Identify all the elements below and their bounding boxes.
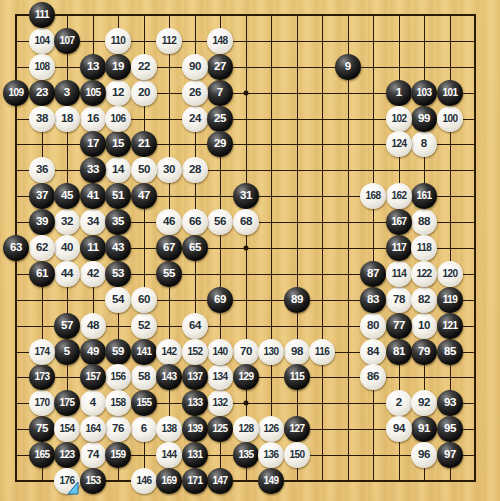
go-stone-white-86: 86 — [360, 364, 386, 390]
go-stone-white-6: 6 — [131, 416, 157, 442]
star-point — [244, 246, 249, 251]
move-number-label: 93 — [444, 397, 456, 409]
move-number-label: 75 — [36, 423, 48, 435]
move-number-label: 47 — [138, 190, 150, 202]
move-number-label: 11 — [87, 242, 99, 254]
grid-line-vertical — [348, 14, 349, 482]
go-stone-white-50: 50 — [131, 157, 157, 183]
move-number-label: 112 — [162, 36, 176, 46]
move-number-label: 42 — [87, 268, 99, 280]
go-stone-black-139: 139 — [182, 416, 208, 442]
go-stone-black-79: 79 — [411, 339, 437, 365]
move-number-label: 82 — [418, 294, 430, 306]
go-stone-white-148: 148 — [207, 28, 233, 54]
go-stone-white-20: 20 — [131, 80, 157, 106]
move-number-label: 132 — [213, 398, 228, 408]
go-stone-black-133: 133 — [182, 390, 208, 416]
go-stone-black-77: 77 — [386, 313, 412, 339]
move-number-label: 50 — [138, 164, 150, 176]
go-stone-white-82: 82 — [411, 287, 437, 313]
move-number-label: 127 — [290, 424, 305, 434]
go-stone-white-66: 66 — [182, 209, 208, 235]
move-number-label: 53 — [112, 268, 124, 280]
go-stone-black-95: 95 — [437, 416, 463, 442]
move-number-label: 12 — [112, 87, 124, 99]
move-number-label: 140 — [213, 347, 228, 357]
move-number-label: 146 — [137, 476, 152, 486]
go-stone-black-117: 117 — [386, 235, 412, 261]
move-number-label: 67 — [163, 242, 175, 254]
go-stone-black-105: 105 — [80, 80, 106, 106]
move-number-label: 74 — [87, 449, 99, 461]
go-stone-black-99: 99 — [411, 106, 437, 132]
move-number-label: 148 — [213, 36, 228, 46]
move-number-label: 49 — [87, 346, 99, 358]
move-number-label: 13 — [87, 61, 99, 73]
move-number-label: 91 — [418, 423, 430, 435]
move-number-label: 107 — [60, 36, 75, 46]
move-number-label: 173 — [35, 372, 50, 382]
go-stone-white-16: 16 — [80, 106, 106, 132]
move-number-label: 158 — [111, 398, 126, 408]
go-stone-white-90: 90 — [182, 54, 208, 80]
go-stone-black-57: 57 — [54, 313, 80, 339]
go-stone-white-164: 164 — [80, 416, 106, 442]
move-number-label: 142 — [162, 347, 177, 357]
move-number-label: 48 — [87, 320, 99, 332]
move-number-label: 14 — [112, 164, 124, 176]
move-number-label: 144 — [162, 450, 177, 460]
go-stone-black-101: 101 — [437, 80, 463, 106]
move-number-label: 114 — [392, 269, 406, 279]
move-number-label: 133 — [188, 398, 203, 408]
go-stone-white-48: 48 — [80, 313, 106, 339]
move-number-label: 156 — [111, 372, 126, 382]
go-stone-white-76: 76 — [105, 416, 131, 442]
go-stone-black-129: 129 — [233, 364, 259, 390]
move-number-label: 147 — [213, 476, 228, 486]
go-stone-black-143: 143 — [156, 364, 182, 390]
go-stone-black-131: 131 — [182, 442, 208, 468]
go-stone-black-67: 67 — [156, 235, 182, 261]
move-number-label: 22 — [138, 61, 150, 73]
move-number-label: 51 — [112, 190, 124, 202]
go-stone-white-118: 118 — [411, 235, 437, 261]
go-stone-black-173: 173 — [29, 364, 55, 390]
go-stone-black-115: 115 — [284, 364, 310, 390]
go-stone-white-62: 62 — [29, 235, 55, 261]
go-stone-white-128: 128 — [233, 416, 259, 442]
go-stone-black-141: 141 — [131, 339, 157, 365]
move-number-label: 87 — [367, 268, 379, 280]
go-stone-white-94: 94 — [386, 416, 412, 442]
go-stone-black-103: 103 — [411, 80, 437, 106]
move-number-label: 21 — [138, 138, 150, 150]
move-number-label: 118 — [417, 243, 431, 253]
move-number-label: 37 — [36, 190, 48, 202]
move-number-label: 138 — [162, 424, 177, 434]
move-number-label: 106 — [111, 114, 126, 124]
go-stone-black-93: 93 — [437, 390, 463, 416]
go-stone-white-52: 52 — [131, 313, 157, 339]
go-stone-white-30: 30 — [156, 157, 182, 183]
go-stone-black-89: 89 — [284, 287, 310, 313]
move-number-label: 89 — [291, 294, 303, 306]
grid-line-vertical — [474, 14, 476, 482]
go-stone-white-144: 144 — [156, 442, 182, 468]
move-number-label: 77 — [393, 320, 405, 332]
go-stone-black-17: 17 — [80, 131, 106, 157]
go-stone-white-36: 36 — [29, 157, 55, 183]
go-stone-white-112: 112 — [156, 28, 182, 54]
go-stone-white-14: 14 — [105, 157, 131, 183]
move-number-label: 54 — [112, 294, 124, 306]
go-stone-white-100: 100 — [437, 106, 463, 132]
go-stone-white-142: 142 — [156, 339, 182, 365]
go-stone-white-108: 108 — [29, 54, 55, 80]
go-stone-white-68: 68 — [233, 209, 259, 235]
go-stone-black-127: 127 — [284, 416, 310, 442]
go-stone-black-65: 65 — [182, 235, 208, 261]
move-number-label: 115 — [290, 372, 304, 382]
move-number-label: 96 — [418, 449, 430, 461]
move-number-label: 76 — [112, 423, 124, 435]
move-number-label: 26 — [189, 87, 201, 99]
move-number-label: 10 — [418, 320, 430, 332]
move-number-label: 141 — [137, 347, 152, 357]
go-stone-white-32: 32 — [54, 209, 80, 235]
go-stone-black-55: 55 — [156, 261, 182, 287]
move-number-label: 153 — [86, 476, 101, 486]
go-stone-black-7: 7 — [207, 80, 233, 106]
go-stone-white-84: 84 — [360, 339, 386, 365]
move-number-label: 69 — [214, 294, 226, 306]
move-number-label: 150 — [290, 450, 305, 460]
move-number-label: 58 — [138, 371, 150, 383]
move-number-label: 25 — [214, 113, 226, 125]
move-number-label: 105 — [86, 88, 101, 98]
go-stone-black-123: 123 — [54, 442, 80, 468]
move-number-label: 41 — [87, 190, 99, 202]
move-number-label: 62 — [36, 242, 48, 254]
go-stone-black-29: 29 — [207, 131, 233, 157]
move-number-label: 161 — [417, 191, 432, 201]
go-stone-white-64: 64 — [182, 313, 208, 339]
move-number-label: 164 — [86, 424, 101, 434]
move-number-label: 18 — [61, 113, 73, 125]
go-stone-white-106: 106 — [105, 106, 131, 132]
move-number-label: 85 — [444, 346, 456, 358]
move-number-label: 32 — [61, 216, 73, 228]
move-number-label: 31 — [240, 190, 252, 202]
move-number-label: 99 — [418, 113, 430, 125]
move-number-label: 170 — [35, 398, 50, 408]
move-number-label: 131 — [188, 450, 203, 460]
go-stone-black-165: 165 — [29, 442, 55, 468]
move-number-label: 9 — [345, 61, 351, 73]
move-number-label: 128 — [239, 424, 254, 434]
go-stone-black-45: 45 — [54, 183, 80, 209]
go-stone-black-3: 3 — [54, 80, 80, 106]
go-stone-black-69: 69 — [207, 287, 233, 313]
move-number-label: 56 — [214, 216, 226, 228]
move-number-label: 27 — [214, 61, 226, 73]
move-number-label: 139 — [188, 424, 203, 434]
go-stone-white-56: 56 — [207, 209, 233, 235]
go-stone-white-110: 110 — [105, 28, 131, 54]
move-number-label: 119 — [443, 295, 457, 305]
move-number-label: 116 — [315, 347, 329, 357]
move-number-label: 94 — [393, 423, 405, 435]
go-stone-black-61: 61 — [29, 261, 55, 287]
go-stone-black-25: 25 — [207, 106, 233, 132]
move-number-label: 168 — [366, 191, 381, 201]
move-number-label: 117 — [392, 243, 406, 253]
go-stone-white-8: 8 — [411, 131, 437, 157]
move-number-label: 110 — [111, 36, 125, 46]
go-stone-white-132: 132 — [207, 390, 233, 416]
move-number-label: 35 — [112, 216, 124, 228]
move-number-label: 59 — [112, 346, 124, 358]
go-stone-black-63: 63 — [3, 235, 29, 261]
move-number-label: 165 — [35, 450, 50, 460]
go-stone-black-49: 49 — [80, 339, 106, 365]
go-stone-white-58: 58 — [131, 364, 157, 390]
go-stone-black-157: 157 — [80, 364, 106, 390]
move-number-label: 124 — [392, 139, 407, 149]
go-stone-white-154: 154 — [54, 416, 80, 442]
move-number-label: 79 — [418, 346, 430, 358]
move-number-label: 92 — [418, 397, 430, 409]
go-stone-white-114: 114 — [386, 261, 412, 287]
move-number-label: 60 — [138, 294, 150, 306]
move-number-label: 171 — [188, 476, 203, 486]
go-stone-white-18: 18 — [54, 106, 80, 132]
move-number-label: 157 — [86, 372, 101, 382]
go-stone-white-146: 146 — [131, 468, 157, 494]
go-stone-white-80: 80 — [360, 313, 386, 339]
move-number-label: 104 — [35, 36, 50, 46]
move-number-label: 109 — [9, 88, 24, 98]
move-number-label: 66 — [189, 216, 201, 228]
move-number-label: 17 — [87, 138, 99, 150]
go-stone-black-171: 171 — [182, 468, 208, 494]
go-stone-black-53: 53 — [105, 261, 131, 287]
go-stone-white-12: 12 — [105, 80, 131, 106]
move-number-label: 136 — [264, 450, 279, 460]
move-number-label: 123 — [60, 450, 75, 460]
go-stone-white-70: 70 — [233, 339, 259, 365]
grid-line-vertical — [373, 14, 374, 482]
go-stone-black-119: 119 — [437, 287, 463, 313]
go-stone-black-23: 23 — [29, 80, 55, 106]
go-stone-black-161: 161 — [411, 183, 437, 209]
go-stone-white-88: 88 — [411, 209, 437, 235]
go-stone-black-91: 91 — [411, 416, 437, 442]
go-stone-white-40: 40 — [54, 235, 80, 261]
go-stone-white-22: 22 — [131, 54, 157, 80]
move-number-label: 4 — [90, 397, 96, 409]
move-number-label: 40 — [61, 242, 73, 254]
go-stone-white-4: 4 — [80, 390, 106, 416]
go-stone-black-15: 15 — [105, 131, 131, 157]
go-stone-white-104: 104 — [29, 28, 55, 54]
move-number-label: 70 — [240, 346, 252, 358]
go-stone-black-5: 5 — [54, 339, 80, 365]
move-number-label: 129 — [239, 372, 254, 382]
move-number-label: 126 — [264, 424, 279, 434]
move-number-label: 23 — [36, 87, 48, 99]
star-point — [244, 401, 249, 406]
move-number-label: 175 — [60, 398, 75, 408]
move-number-label: 5 — [64, 346, 70, 358]
go-board[interactable]: 1234567891011121314151617181920212223242… — [0, 0, 500, 501]
go-stone-white-34: 34 — [80, 209, 106, 235]
go-stone-black-59: 59 — [105, 339, 131, 365]
move-number-label: 68 — [240, 216, 252, 228]
go-stone-white-156: 156 — [105, 364, 131, 390]
go-stone-white-60: 60 — [131, 287, 157, 313]
go-stone-black-81: 81 — [386, 339, 412, 365]
go-stone-white-10: 10 — [411, 313, 437, 339]
go-stone-white-24: 24 — [182, 106, 208, 132]
move-number-label: 19 — [112, 61, 124, 73]
move-number-label: 159 — [111, 450, 126, 460]
go-stone-black-175: 175 — [54, 390, 80, 416]
go-stone-white-44: 44 — [54, 261, 80, 287]
go-stone-black-11: 11 — [80, 235, 106, 261]
move-number-label: 64 — [189, 320, 201, 332]
move-number-label: 155 — [137, 398, 152, 408]
move-number-label: 39 — [36, 216, 48, 228]
move-number-label: 61 — [36, 268, 48, 280]
move-number-label: 101 — [443, 88, 458, 98]
go-stone-white-168: 168 — [360, 183, 386, 209]
go-stone-white-28: 28 — [182, 157, 208, 183]
go-stone-white-174: 174 — [29, 339, 55, 365]
move-number-label: 33 — [87, 164, 99, 176]
move-number-label: 135 — [239, 450, 254, 460]
move-number-label: 2 — [396, 397, 402, 409]
move-number-label: 98 — [291, 346, 303, 358]
go-stone-black-125: 125 — [207, 416, 233, 442]
go-stone-white-170: 170 — [29, 390, 55, 416]
move-number-label: 134 — [213, 372, 228, 382]
move-number-label: 81 — [393, 346, 405, 358]
go-stone-black-39: 39 — [29, 209, 55, 235]
move-number-label: 57 — [61, 320, 73, 332]
go-stone-black-147: 147 — [207, 468, 233, 494]
go-stone-white-46: 46 — [156, 209, 182, 235]
go-stone-black-87: 87 — [360, 261, 386, 287]
move-number-label: 84 — [367, 346, 379, 358]
move-number-label: 143 — [162, 372, 177, 382]
move-number-label: 97 — [444, 449, 456, 461]
move-number-label: 111 — [35, 10, 49, 20]
go-stone-black-85: 85 — [437, 339, 463, 365]
move-number-label: 36 — [36, 164, 48, 176]
move-number-label: 38 — [36, 113, 48, 125]
go-stone-black-31: 31 — [233, 183, 259, 209]
move-number-label: 34 — [87, 216, 99, 228]
move-number-label: 108 — [35, 62, 50, 72]
move-number-label: 63 — [10, 242, 22, 254]
move-number-label: 122 — [417, 269, 432, 279]
go-stone-black-83: 83 — [360, 287, 386, 313]
go-stone-white-98: 98 — [284, 339, 310, 365]
move-number-label: 28 — [189, 164, 201, 176]
go-stone-white-122: 122 — [411, 261, 437, 287]
go-stone-black-41: 41 — [80, 183, 106, 209]
go-stone-black-167: 167 — [386, 209, 412, 235]
go-stone-black-51: 51 — [105, 183, 131, 209]
move-number-label: 130 — [264, 347, 279, 357]
go-stone-white-134: 134 — [207, 364, 233, 390]
go-stone-white-54: 54 — [105, 287, 131, 313]
go-stone-black-149: 149 — [258, 468, 284, 494]
kifu-viewer: 1234567891011121314151617181920212223242… — [0, 0, 500, 501]
move-number-label: 8 — [421, 138, 427, 150]
go-stone-white-120: 120 — [437, 261, 463, 287]
move-number-label: 125 — [213, 424, 228, 434]
go-stone-black-137: 137 — [182, 364, 208, 390]
go-stone-white-126: 126 — [258, 416, 284, 442]
move-number-label: 83 — [367, 294, 379, 306]
move-number-label: 137 — [188, 372, 203, 382]
go-stone-white-26: 26 — [182, 80, 208, 106]
go-stone-white-176: 176 — [54, 468, 80, 494]
move-number-label: 120 — [443, 269, 458, 279]
move-number-label: 6 — [141, 423, 147, 435]
go-stone-white-102: 102 — [386, 106, 412, 132]
go-stone-white-116: 116 — [309, 339, 335, 365]
move-number-label: 46 — [163, 216, 175, 228]
move-number-label: 3 — [64, 87, 70, 99]
go-stone-white-38: 38 — [29, 106, 55, 132]
move-number-label: 169 — [162, 476, 177, 486]
go-stone-black-169: 169 — [156, 468, 182, 494]
move-number-label: 80 — [367, 320, 379, 332]
go-stone-white-2: 2 — [386, 390, 412, 416]
go-stone-black-111: 111 — [29, 2, 55, 28]
grid-line-vertical — [271, 14, 272, 482]
go-stone-black-109: 109 — [3, 80, 29, 106]
move-number-label: 15 — [112, 138, 124, 150]
go-stone-black-107: 107 — [54, 28, 80, 54]
go-stone-white-96: 96 — [411, 442, 437, 468]
go-stone-white-152: 152 — [182, 339, 208, 365]
move-number-label: 88 — [418, 216, 430, 228]
move-number-label: 29 — [214, 138, 226, 150]
go-stone-black-75: 75 — [29, 416, 55, 442]
move-number-label: 152 — [188, 347, 203, 357]
go-stone-black-43: 43 — [105, 235, 131, 261]
move-number-label: 55 — [163, 268, 175, 280]
move-number-label: 30 — [163, 164, 175, 176]
go-stone-white-78: 78 — [386, 287, 412, 313]
go-stone-black-155: 155 — [131, 390, 157, 416]
move-number-label: 162 — [392, 191, 407, 201]
move-number-label: 167 — [392, 217, 407, 227]
go-stone-black-35: 35 — [105, 209, 131, 235]
move-number-label: 20 — [138, 87, 150, 99]
move-number-label: 65 — [189, 242, 201, 254]
go-stone-white-138: 138 — [156, 416, 182, 442]
move-number-label: 121 — [443, 321, 458, 331]
move-number-label: 86 — [367, 371, 379, 383]
go-stone-white-92: 92 — [411, 390, 437, 416]
go-stone-black-21: 21 — [131, 131, 157, 157]
